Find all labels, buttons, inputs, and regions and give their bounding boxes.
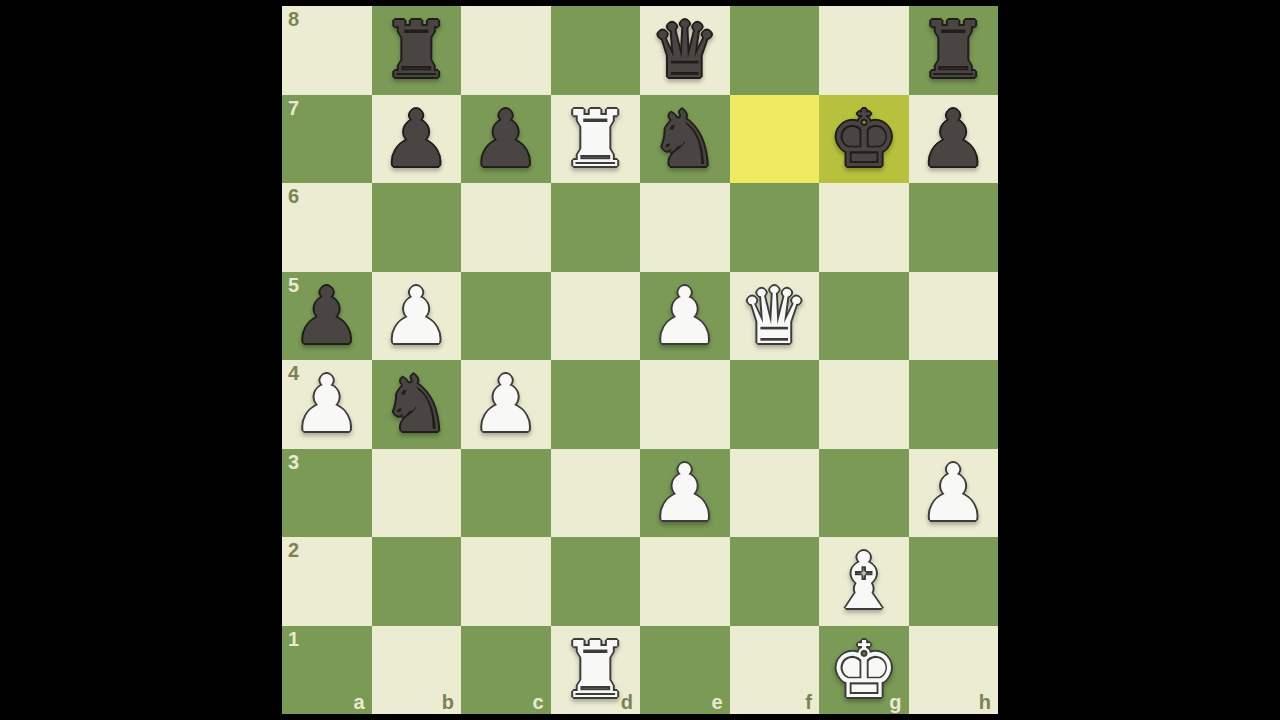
- square-g1[interactable]: g♚: [819, 626, 909, 715]
- square-h8[interactable]: ♜: [909, 6, 999, 95]
- square-h7[interactable]: ♟: [909, 95, 999, 184]
- piece-black-rook[interactable]: ♜: [918, 11, 988, 89]
- square-c1[interactable]: c: [461, 626, 551, 715]
- square-h4[interactable]: [909, 360, 999, 449]
- square-f1[interactable]: f: [730, 626, 820, 715]
- square-g3[interactable]: [819, 449, 909, 538]
- square-c2[interactable]: [461, 537, 551, 626]
- square-d2[interactable]: [551, 537, 641, 626]
- square-f3[interactable]: [730, 449, 820, 538]
- square-b5[interactable]: ♟: [372, 272, 462, 361]
- square-a8[interactable]: 8: [282, 6, 372, 95]
- square-f8[interactable]: [730, 6, 820, 95]
- square-b7[interactable]: ♟: [372, 95, 462, 184]
- chess-board: 8♜♛♜7♟♟♜♞♚♟65♟♟♟♛4♟♞♟3♟♟2♝1abcd♜efg♚h: [282, 6, 998, 714]
- piece-white-queen[interactable]: ♛: [739, 277, 809, 355]
- square-b3[interactable]: [372, 449, 462, 538]
- square-a6[interactable]: 6: [282, 183, 372, 272]
- square-c6[interactable]: [461, 183, 551, 272]
- rank-label-7: 7: [288, 97, 299, 119]
- rank-label-3: 3: [288, 451, 299, 473]
- square-e5[interactable]: ♟: [640, 272, 730, 361]
- file-label-a: a: [353, 691, 364, 713]
- square-f7[interactable]: [730, 95, 820, 184]
- rank-label-1: 1: [288, 628, 299, 650]
- rank-label-8: 8: [288, 8, 299, 30]
- piece-white-pawn[interactable]: ♟: [650, 454, 720, 532]
- square-h6[interactable]: [909, 183, 999, 272]
- square-e3[interactable]: ♟: [640, 449, 730, 538]
- square-h2[interactable]: [909, 537, 999, 626]
- square-d6[interactable]: [551, 183, 641, 272]
- piece-black-king[interactable]: ♚: [829, 100, 899, 178]
- square-f6[interactable]: [730, 183, 820, 272]
- file-label-e: e: [711, 691, 722, 713]
- square-e2[interactable]: [640, 537, 730, 626]
- square-e1[interactable]: e: [640, 626, 730, 715]
- square-a7[interactable]: 7: [282, 95, 372, 184]
- square-b8[interactable]: ♜: [372, 6, 462, 95]
- square-a4[interactable]: 4♟: [282, 360, 372, 449]
- square-e6[interactable]: [640, 183, 730, 272]
- video-frame: 8♜♛♜7♟♟♜♞♚♟65♟♟♟♛4♟♞♟3♟♟2♝1abcd♜efg♚h: [0, 0, 1280, 720]
- square-g7[interactable]: ♚: [819, 95, 909, 184]
- square-b4[interactable]: ♞: [372, 360, 462, 449]
- file-label-c: c: [532, 691, 543, 713]
- square-f4[interactable]: [730, 360, 820, 449]
- square-d3[interactable]: [551, 449, 641, 538]
- piece-white-pawn[interactable]: ♟: [650, 277, 720, 355]
- piece-black-queen[interactable]: ♛: [650, 11, 720, 89]
- piece-white-rook[interactable]: ♜: [560, 631, 630, 709]
- square-a2[interactable]: 2: [282, 537, 372, 626]
- square-h5[interactable]: [909, 272, 999, 361]
- square-h3[interactable]: ♟: [909, 449, 999, 538]
- square-g2[interactable]: ♝: [819, 537, 909, 626]
- piece-black-pawn[interactable]: ♟: [471, 100, 541, 178]
- piece-white-pawn[interactable]: ♟: [381, 277, 451, 355]
- square-c7[interactable]: ♟: [461, 95, 551, 184]
- square-e4[interactable]: [640, 360, 730, 449]
- rank-label-2: 2: [288, 539, 299, 561]
- square-a3[interactable]: 3: [282, 449, 372, 538]
- square-b1[interactable]: b: [372, 626, 462, 715]
- piece-white-rook[interactable]: ♜: [560, 100, 630, 178]
- piece-black-pawn[interactable]: ♟: [918, 100, 988, 178]
- file-label-f: f: [805, 691, 812, 713]
- piece-white-pawn[interactable]: ♟: [471, 365, 541, 443]
- square-d7[interactable]: ♜: [551, 95, 641, 184]
- square-g5[interactable]: [819, 272, 909, 361]
- piece-white-pawn[interactable]: ♟: [292, 365, 362, 443]
- square-f5[interactable]: ♛: [730, 272, 820, 361]
- piece-black-knight[interactable]: ♞: [381, 365, 451, 443]
- square-d5[interactable]: [551, 272, 641, 361]
- square-g6[interactable]: [819, 183, 909, 272]
- rank-label-6: 6: [288, 185, 299, 207]
- file-label-h: h: [979, 691, 991, 713]
- piece-black-rook[interactable]: ♜: [381, 11, 451, 89]
- square-h1[interactable]: h: [909, 626, 999, 715]
- square-a5[interactable]: 5♟: [282, 272, 372, 361]
- square-e7[interactable]: ♞: [640, 95, 730, 184]
- square-c4[interactable]: ♟: [461, 360, 551, 449]
- square-b6[interactable]: [372, 183, 462, 272]
- square-g4[interactable]: [819, 360, 909, 449]
- square-b2[interactable]: [372, 537, 462, 626]
- square-g8[interactable]: [819, 6, 909, 95]
- square-c5[interactable]: [461, 272, 551, 361]
- piece-black-pawn[interactable]: ♟: [292, 277, 362, 355]
- square-a1[interactable]: 1a: [282, 626, 372, 715]
- square-d1[interactable]: d♜: [551, 626, 641, 715]
- square-c8[interactable]: [461, 6, 551, 95]
- piece-black-pawn[interactable]: ♟: [381, 100, 451, 178]
- square-d4[interactable]: [551, 360, 641, 449]
- piece-white-bishop[interactable]: ♝: [829, 542, 899, 620]
- file-label-b: b: [442, 691, 454, 713]
- piece-white-king[interactable]: ♚: [829, 631, 899, 709]
- piece-black-knight[interactable]: ♞: [650, 100, 720, 178]
- square-d8[interactable]: [551, 6, 641, 95]
- square-f2[interactable]: [730, 537, 820, 626]
- square-e8[interactable]: ♛: [640, 6, 730, 95]
- piece-white-pawn[interactable]: ♟: [918, 454, 988, 532]
- square-c3[interactable]: [461, 449, 551, 538]
